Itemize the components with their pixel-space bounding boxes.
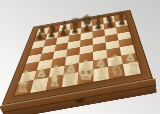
piece-white-bishop-c1[interactable]: ♗ (47, 73, 61, 89)
piece-black-pawn-b7[interactable]: ♟ (47, 30, 55, 39)
piece-white-king-e1[interactable]: ♔ (77, 65, 94, 84)
piece-white-queen-d1[interactable]: ♕ (62, 69, 78, 86)
piece-white-rook-h1[interactable]: ♖ (127, 61, 139, 75)
square-e1[interactable]: ♔ (77, 69, 93, 84)
square-f1[interactable]: ♗ (93, 67, 109, 82)
chess-board: ♜♞♝♛♚♝♞♜♟♟♟♟♟♟♟♟♙♙♙♙♙♙♙♙♖♘♗♕♔♗♘♖ (1, 10, 153, 106)
square-d1[interactable]: ♕ (62, 72, 79, 87)
piece-black-pawn-e7[interactable]: ♟ (83, 24, 91, 33)
square-d6[interactable] (68, 34, 81, 42)
photo-backdrop: ♜♞♝♛♚♝♞♜♟♟♟♟♟♟♟♟♙♙♙♙♙♙♙♙♖♘♗♕♔♗♘♖ (0, 0, 160, 114)
drawer-notch (74, 98, 85, 103)
square-f4[interactable] (93, 42, 106, 52)
piece-white-knight-g1[interactable]: ♘ (111, 63, 124, 78)
piece-black-pawn-f7[interactable]: ♟ (94, 21, 102, 30)
square-h1[interactable]: ♖ (123, 62, 141, 77)
piece-white-bishop-f1[interactable]: ♗ (94, 64, 108, 80)
piece-black-pawn-a7[interactable]: ♟ (36, 32, 44, 41)
piece-black-pawn-c7[interactable]: ♟ (59, 28, 67, 37)
square-h6[interactable] (116, 25, 129, 33)
piece-white-knight-b1[interactable]: ♘ (31, 77, 44, 92)
piece-black-pawn-g7[interactable]: ♟ (106, 19, 114, 28)
piece-black-pawn-d7[interactable]: ♟ (71, 26, 79, 35)
square-g4[interactable] (106, 40, 120, 50)
piece-black-pawn-h7[interactable]: ♟ (118, 17, 126, 26)
piece-white-rook-a1[interactable]: ♖ (16, 81, 28, 95)
square-g1[interactable]: ♘ (108, 64, 125, 79)
scene: ♜♞♝♛♚♝♞♜♟♟♟♟♟♟♟♟♙♙♙♙♙♙♙♙♖♘♗♕♔♗♘♖ (0, 0, 160, 114)
